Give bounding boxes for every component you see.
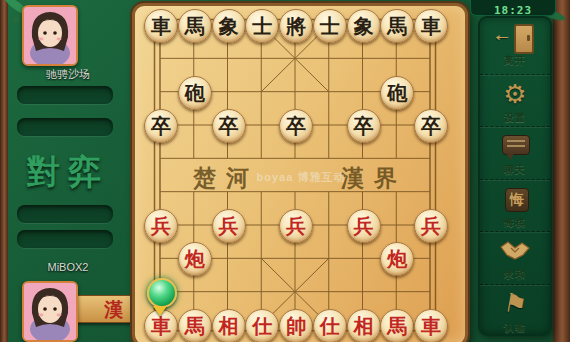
resign-button[interactable]: ⚑ 认输 <box>480 284 550 337</box>
river-label-chu: 楚河 <box>193 163 259 194</box>
piece-black[interactable]: 士 <box>245 9 279 43</box>
chat-button[interactable]: 聊天 <box>480 126 550 179</box>
piece-black[interactable]: 砲 <box>178 76 212 110</box>
piece-red[interactable]: 車 <box>414 309 448 342</box>
tree-trunk-right-decoration <box>553 0 570 342</box>
game-clock: 18:23 <box>470 0 556 16</box>
piece-black[interactable]: 車 <box>414 9 448 43</box>
undo-move-icon: 悔 <box>480 184 550 216</box>
chat-bubble-icon <box>480 131 550 163</box>
piece-red[interactable]: 相 <box>212 309 246 342</box>
leave-button[interactable]: ← 离开 <box>480 22 550 74</box>
piece-black[interactable]: 卒 <box>144 109 178 143</box>
action-sidebar: ← 离开 ⚙ 设置 聊天 悔 悔棋 求和 <box>478 16 552 336</box>
xiangqi-app-window: 驰骋沙场 對弈 MiBOX2 漢 <box>0 0 570 342</box>
piece-red[interactable]: 仕 <box>313 309 347 342</box>
piece-black[interactable]: 卒 <box>279 109 313 143</box>
piece-black[interactable]: 將 <box>279 9 313 43</box>
versus-label: 對弈 <box>8 150 128 195</box>
piece-black[interactable]: 卒 <box>347 109 381 143</box>
turn-indicator-gem <box>147 278 177 308</box>
top-player-avatar[interactable] <box>22 5 78 66</box>
piece-black[interactable]: 士 <box>313 9 347 43</box>
piece-black[interactable]: 馬 <box>380 9 414 43</box>
piece-black[interactable]: 象 <box>212 9 246 43</box>
piece-black[interactable]: 象 <box>347 9 381 43</box>
piece-black[interactable]: 卒 <box>212 109 246 143</box>
turn-indicator-arrow <box>153 306 167 316</box>
piece-red[interactable]: 馬 <box>380 309 414 342</box>
piece-red[interactable]: 仕 <box>245 309 279 342</box>
door-exit-icon: ← <box>480 22 550 54</box>
piece-black[interactable]: 卒 <box>414 109 448 143</box>
xiangqi-board[interactable]: 楚河 漢界 boyaa 博雅互动 車馬象士將士象馬車砲砲卒卒卒卒卒兵兵兵兵兵炮炮… <box>132 3 468 342</box>
piece-red[interactable]: 兵 <box>414 209 448 243</box>
han-side-badge-text: 漢 <box>104 297 123 323</box>
settings-button[interactable]: ⚙ 设置 <box>480 74 550 127</box>
undo-move-button[interactable]: 悔 悔棋 <box>480 179 550 232</box>
piece-red[interactable]: 帥 <box>279 309 313 342</box>
piece-red[interactable]: 兵 <box>347 209 381 243</box>
handshake-icon <box>480 236 550 268</box>
bottom-player-name: MiBOX2 <box>8 261 128 273</box>
piece-red[interactable]: 兵 <box>144 209 178 243</box>
top-player-info-bar-2 <box>17 118 113 136</box>
offer-draw-button[interactable]: 求和 <box>480 231 550 284</box>
boyaa-watermark: boyaa 博雅互动 <box>256 170 346 185</box>
piece-red[interactable]: 炮 <box>178 242 212 276</box>
piece-red[interactable]: 馬 <box>178 309 212 342</box>
piece-black[interactable]: 砲 <box>380 76 414 110</box>
river-label-han: 漢界 <box>341 163 407 194</box>
bottom-player-info-bar-1 <box>17 205 113 223</box>
piece-red[interactable]: 兵 <box>279 209 313 243</box>
bottom-player-info-bar-2 <box>17 230 113 248</box>
top-player-name: 驰骋沙场 <box>8 67 128 82</box>
piece-black[interactable]: 馬 <box>178 9 212 43</box>
gear-icon: ⚙ <box>480 79 550 111</box>
piece-black[interactable]: 車 <box>144 9 178 43</box>
piece-red[interactable]: 兵 <box>212 209 246 243</box>
top-player-info-bar-1 <box>17 86 113 104</box>
tree-trunk-left-decoration <box>0 0 8 342</box>
bottom-player-avatar[interactable] <box>22 281 78 342</box>
piece-red[interactable]: 相 <box>347 309 381 342</box>
